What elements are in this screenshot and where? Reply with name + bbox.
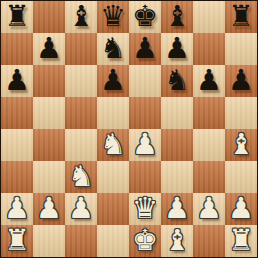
square-e1[interactable]: ♚	[129, 225, 161, 257]
square-f4[interactable]	[161, 129, 193, 161]
black-pawn-piece[interactable]: ♟	[36, 32, 62, 64]
square-a6[interactable]: ♟	[1, 65, 33, 97]
square-f1[interactable]: ♝	[161, 225, 193, 257]
square-f3[interactable]	[161, 161, 193, 193]
square-h6[interactable]: ♟	[225, 65, 257, 97]
black-bishop-piece[interactable]: ♝	[164, 0, 190, 32]
square-h1[interactable]: ♜	[225, 225, 257, 257]
square-g2[interactable]: ♟	[193, 193, 225, 225]
square-g7[interactable]	[193, 33, 225, 65]
black-king-piece[interactable]: ♚	[132, 0, 158, 32]
black-pawn-piece[interactable]: ♟	[164, 32, 190, 64]
square-b1[interactable]	[33, 225, 65, 257]
square-d2[interactable]	[97, 193, 129, 225]
square-b8[interactable]	[33, 1, 65, 33]
square-b4[interactable]	[33, 129, 65, 161]
white-pawn-piece[interactable]: ♟	[228, 192, 254, 224]
square-d4[interactable]: ♞	[97, 129, 129, 161]
white-pawn-piece[interactable]: ♟	[36, 192, 62, 224]
white-rook-piece[interactable]: ♜	[4, 224, 30, 256]
white-pawn-piece[interactable]: ♟	[196, 192, 222, 224]
square-h7[interactable]	[225, 33, 257, 65]
square-e6[interactable]	[129, 65, 161, 97]
square-a4[interactable]	[1, 129, 33, 161]
square-c1[interactable]	[65, 225, 97, 257]
square-a1[interactable]: ♜	[1, 225, 33, 257]
square-d6[interactable]: ♟	[97, 65, 129, 97]
black-pawn-piece[interactable]: ♟	[196, 64, 222, 96]
square-h2[interactable]: ♟	[225, 193, 257, 225]
square-d7[interactable]: ♞	[97, 33, 129, 65]
square-e5[interactable]	[129, 97, 161, 129]
square-e7[interactable]: ♟	[129, 33, 161, 65]
square-d3[interactable]	[97, 161, 129, 193]
white-bishop-piece[interactable]: ♝	[164, 224, 190, 256]
square-e8[interactable]: ♚	[129, 1, 161, 33]
square-a3[interactable]	[1, 161, 33, 193]
black-knight-piece[interactable]: ♞	[100, 32, 126, 64]
square-f6[interactable]: ♞	[161, 65, 193, 97]
square-h4[interactable]: ♝	[225, 129, 257, 161]
white-knight-piece[interactable]: ♞	[68, 160, 94, 192]
square-h8[interactable]: ♜	[225, 1, 257, 33]
square-g6[interactable]: ♟	[193, 65, 225, 97]
square-d1[interactable]	[97, 225, 129, 257]
black-rook-piece[interactable]: ♜	[228, 0, 254, 32]
square-b2[interactable]: ♟	[33, 193, 65, 225]
white-pawn-piece[interactable]: ♟	[4, 192, 30, 224]
square-g8[interactable]	[193, 1, 225, 33]
square-h3[interactable]	[225, 161, 257, 193]
square-e2[interactable]: ♛	[129, 193, 161, 225]
black-pawn-piece[interactable]: ♟	[100, 64, 126, 96]
square-e3[interactable]	[129, 161, 161, 193]
black-bishop-piece[interactable]: ♝	[68, 0, 94, 32]
square-g4[interactable]	[193, 129, 225, 161]
square-h5[interactable]	[225, 97, 257, 129]
white-king-piece[interactable]: ♚	[132, 224, 158, 256]
black-pawn-piece[interactable]: ♟	[132, 32, 158, 64]
square-a7[interactable]	[1, 33, 33, 65]
white-pawn-piece[interactable]: ♟	[68, 192, 94, 224]
white-rook-piece[interactable]: ♜	[228, 224, 254, 256]
square-b5[interactable]	[33, 97, 65, 129]
white-bishop-piece[interactable]: ♝	[228, 128, 254, 160]
white-queen-piece[interactable]: ♛	[132, 192, 158, 224]
square-g3[interactable]	[193, 161, 225, 193]
square-c7[interactable]	[65, 33, 97, 65]
square-g5[interactable]	[193, 97, 225, 129]
white-pawn-piece[interactable]: ♟	[132, 128, 158, 160]
square-a8[interactable]: ♜	[1, 1, 33, 33]
square-f7[interactable]: ♟	[161, 33, 193, 65]
white-knight-piece[interactable]: ♞	[100, 128, 126, 160]
square-f2[interactable]: ♟	[161, 193, 193, 225]
square-c5[interactable]	[65, 97, 97, 129]
square-f5[interactable]	[161, 97, 193, 129]
black-rook-piece[interactable]: ♜	[4, 0, 30, 32]
square-b7[interactable]: ♟	[33, 33, 65, 65]
square-c2[interactable]: ♟	[65, 193, 97, 225]
square-a2[interactable]: ♟	[1, 193, 33, 225]
square-b6[interactable]	[33, 65, 65, 97]
chess-board: ♜♝♛♚♝♜♟♞♟♟♟♟♞♟♟♞♟♝♞♟♟♟♛♟♟♟♜♚♝♜	[0, 0, 258, 258]
square-c6[interactable]	[65, 65, 97, 97]
square-b3[interactable]	[33, 161, 65, 193]
square-c8[interactable]: ♝	[65, 1, 97, 33]
black-queen-piece[interactable]: ♛	[100, 0, 126, 32]
black-knight-piece[interactable]: ♞	[164, 64, 190, 96]
square-c3[interactable]: ♞	[65, 161, 97, 193]
black-pawn-piece[interactable]: ♟	[4, 64, 30, 96]
square-c4[interactable]	[65, 129, 97, 161]
square-d5[interactable]	[97, 97, 129, 129]
white-pawn-piece[interactable]: ♟	[164, 192, 190, 224]
black-pawn-piece[interactable]: ♟	[228, 64, 254, 96]
square-e4[interactable]: ♟	[129, 129, 161, 161]
square-f8[interactable]: ♝	[161, 1, 193, 33]
square-g1[interactable]	[193, 225, 225, 257]
square-d8[interactable]: ♛	[97, 1, 129, 33]
square-a5[interactable]	[1, 97, 33, 129]
